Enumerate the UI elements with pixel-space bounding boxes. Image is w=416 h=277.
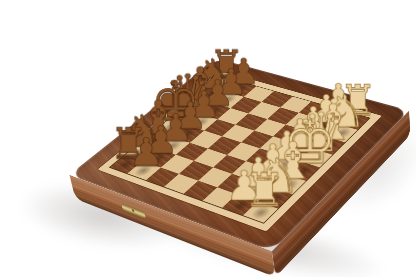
white-rook-glyph: ♜ [240, 168, 288, 214]
scene: ♜♞♝♚♛♝♞♜♟♟♟♟♟♟♟♟♟♟♟♟♟♟♟♟♜♞♝♚♛♝♞♜ [0, 0, 416, 277]
brass-latch[interactable] [121, 203, 146, 219]
black-pawn-glyph: ♟ [124, 133, 169, 172]
latch-pin-icon [132, 209, 135, 212]
